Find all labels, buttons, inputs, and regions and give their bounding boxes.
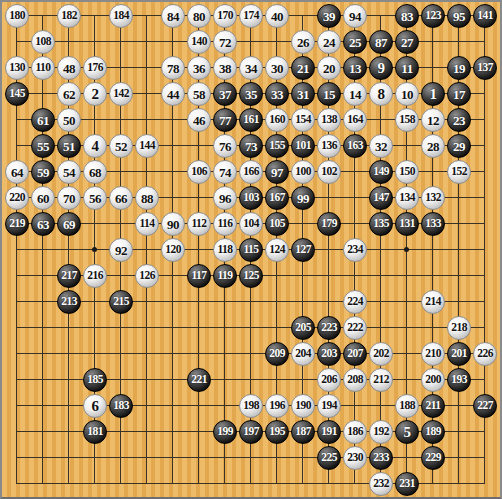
intersection-17-18[interactable]: 229: [420, 445, 446, 471]
intersection-2-13[interactable]: [30, 315, 56, 341]
intersection-5-4[interactable]: 142: [108, 81, 134, 107]
intersection-8-3[interactable]: 36: [186, 55, 212, 81]
intersection-6-1[interactable]: [134, 3, 160, 29]
intersection-4-4[interactable]: 2: [82, 81, 108, 107]
intersection-17-8[interactable]: 132: [420, 185, 446, 211]
intersection-9-11[interactable]: 119: [212, 263, 238, 289]
intersection-11-2[interactable]: [264, 29, 290, 55]
intersection-16-11[interactable]: [394, 263, 420, 289]
intersection-11-5[interactable]: 160: [264, 107, 290, 133]
intersection-17-3[interactable]: [420, 55, 446, 81]
intersection-18-13[interactable]: 218: [446, 315, 472, 341]
intersection-9-8[interactable]: 96: [212, 185, 238, 211]
intersection-16-19[interactable]: 231: [394, 471, 420, 497]
intersection-8-16[interactable]: [186, 393, 212, 419]
intersection-8-15[interactable]: 221: [186, 367, 212, 393]
intersection-10-3[interactable]: 34: [238, 55, 264, 81]
intersection-7-17[interactable]: [160, 419, 186, 445]
intersection-18-7[interactable]: 152: [446, 159, 472, 185]
intersection-17-2[interactable]: [420, 29, 446, 55]
intersection-14-18[interactable]: 230: [342, 445, 368, 471]
intersection-10-7[interactable]: 166: [238, 159, 264, 185]
intersection-8-1[interactable]: 80: [186, 3, 212, 29]
intersection-5-9[interactable]: [108, 211, 134, 237]
intersection-9-15[interactable]: [212, 367, 238, 393]
intersection-16-9[interactable]: 131: [394, 211, 420, 237]
intersection-18-12[interactable]: [446, 289, 472, 315]
intersection-14-3[interactable]: 13: [342, 55, 368, 81]
intersection-9-2[interactable]: 72: [212, 29, 238, 55]
intersection-19-7[interactable]: [472, 159, 498, 185]
intersection-11-15[interactable]: [264, 367, 290, 393]
intersection-6-13[interactable]: [134, 315, 160, 341]
intersection-11-19[interactable]: [264, 471, 290, 497]
intersection-15-5[interactable]: [368, 107, 394, 133]
intersection-9-14[interactable]: [212, 341, 238, 367]
intersection-3-9[interactable]: 69: [56, 211, 82, 237]
intersection-3-8[interactable]: 70: [56, 185, 82, 211]
intersection-9-17[interactable]: 199: [212, 419, 238, 445]
intersection-13-5[interactable]: 138: [316, 107, 342, 133]
intersection-9-16[interactable]: [212, 393, 238, 419]
intersection-13-16[interactable]: 194: [316, 393, 342, 419]
intersection-12-17[interactable]: 187: [290, 419, 316, 445]
intersection-7-12[interactable]: [160, 289, 186, 315]
intersection-8-6[interactable]: [186, 133, 212, 159]
intersection-13-13[interactable]: 223: [316, 315, 342, 341]
intersection-8-18[interactable]: [186, 445, 212, 471]
intersection-19-12[interactable]: [472, 289, 498, 315]
intersection-8-7[interactable]: 106: [186, 159, 212, 185]
intersection-5-3[interactable]: [108, 55, 134, 81]
intersection-10-6[interactable]: 73: [238, 133, 264, 159]
intersection-3-2[interactable]: [56, 29, 82, 55]
intersection-4-17[interactable]: 181: [82, 419, 108, 445]
intersection-13-15[interactable]: 206: [316, 367, 342, 393]
intersection-17-12[interactable]: 214: [420, 289, 446, 315]
intersection-1-15[interactable]: [4, 367, 30, 393]
intersection-12-14[interactable]: 204: [290, 341, 316, 367]
intersection-1-18[interactable]: [4, 445, 30, 471]
intersection-15-9[interactable]: 135: [368, 211, 394, 237]
intersection-4-12[interactable]: [82, 289, 108, 315]
intersection-14-7[interactable]: [342, 159, 368, 185]
intersection-17-16[interactable]: 211: [420, 393, 446, 419]
intersection-5-16[interactable]: 183: [108, 393, 134, 419]
intersection-12-18[interactable]: [290, 445, 316, 471]
intersection-15-17[interactable]: 192: [368, 419, 394, 445]
intersection-3-5[interactable]: 50: [56, 107, 82, 133]
intersection-13-17[interactable]: 191: [316, 419, 342, 445]
intersection-18-11[interactable]: [446, 263, 472, 289]
intersection-17-5[interactable]: 12: [420, 107, 446, 133]
intersection-18-15[interactable]: 193: [446, 367, 472, 393]
intersection-2-11[interactable]: [30, 263, 56, 289]
intersection-18-18[interactable]: [446, 445, 472, 471]
intersection-13-4[interactable]: 15: [316, 81, 342, 107]
intersection-13-11[interactable]: [316, 263, 342, 289]
intersection-18-16[interactable]: [446, 393, 472, 419]
intersection-14-11[interactable]: [342, 263, 368, 289]
intersection-17-19[interactable]: [420, 471, 446, 497]
intersection-7-3[interactable]: 78: [160, 55, 186, 81]
intersection-17-13[interactable]: [420, 315, 446, 341]
intersection-11-11[interactable]: [264, 263, 290, 289]
intersection-16-12[interactable]: [394, 289, 420, 315]
intersection-15-8[interactable]: 147: [368, 185, 394, 211]
intersection-12-13[interactable]: 205: [290, 315, 316, 341]
intersection-16-10[interactable]: [394, 237, 420, 263]
intersection-15-18[interactable]: 233: [368, 445, 394, 471]
intersection-1-4[interactable]: 145: [4, 81, 30, 107]
intersection-16-13[interactable]: [394, 315, 420, 341]
intersection-11-9[interactable]: 105: [264, 211, 290, 237]
intersection-10-10[interactable]: 115: [238, 237, 264, 263]
intersection-18-1[interactable]: 95: [446, 3, 472, 29]
intersection-13-1[interactable]: 39: [316, 3, 342, 29]
intersection-16-8[interactable]: 134: [394, 185, 420, 211]
intersection-5-8[interactable]: 66: [108, 185, 134, 211]
intersection-12-1[interactable]: [290, 3, 316, 29]
intersection-5-15[interactable]: [108, 367, 134, 393]
go-board[interactable]: 1801821848480170174403994831239514110814…: [4, 3, 498, 497]
intersection-15-11[interactable]: [368, 263, 394, 289]
intersection-17-9[interactable]: 133: [420, 211, 446, 237]
intersection-5-17[interactable]: [108, 419, 134, 445]
intersection-19-9[interactable]: [472, 211, 498, 237]
intersection-3-11[interactable]: 217: [56, 263, 82, 289]
intersection-1-6[interactable]: [4, 133, 30, 159]
intersection-1-9[interactable]: 219: [4, 211, 30, 237]
intersection-1-13[interactable]: [4, 315, 30, 341]
intersection-1-11[interactable]: [4, 263, 30, 289]
intersection-4-7[interactable]: 68: [82, 159, 108, 185]
intersection-13-8[interactable]: [316, 185, 342, 211]
intersection-7-8[interactable]: [160, 185, 186, 211]
intersection-7-5[interactable]: [160, 107, 186, 133]
intersection-6-5[interactable]: [134, 107, 160, 133]
intersection-11-18[interactable]: [264, 445, 290, 471]
intersection-1-19[interactable]: [4, 471, 30, 497]
intersection-9-18[interactable]: [212, 445, 238, 471]
intersection-11-10[interactable]: 124: [264, 237, 290, 263]
intersection-2-19[interactable]: [30, 471, 56, 497]
intersection-18-14[interactable]: 201: [446, 341, 472, 367]
intersection-2-6[interactable]: 55: [30, 133, 56, 159]
intersection-4-2[interactable]: [82, 29, 108, 55]
intersection-4-3[interactable]: 176: [82, 55, 108, 81]
intersection-9-5[interactable]: 77: [212, 107, 238, 133]
intersection-12-15[interactable]: [290, 367, 316, 393]
intersection-17-7[interactable]: [420, 159, 446, 185]
intersection-13-9[interactable]: 179: [316, 211, 342, 237]
intersection-2-8[interactable]: 60: [30, 185, 56, 211]
intersection-12-5[interactable]: 154: [290, 107, 316, 133]
intersection-10-13[interactable]: [238, 315, 264, 341]
intersection-7-13[interactable]: [160, 315, 186, 341]
intersection-1-1[interactable]: 180: [4, 3, 30, 29]
intersection-9-1[interactable]: 170: [212, 3, 238, 29]
intersection-2-10[interactable]: [30, 237, 56, 263]
intersection-18-8[interactable]: [446, 185, 472, 211]
intersection-19-3[interactable]: 137: [472, 55, 498, 81]
intersection-7-10[interactable]: 120: [160, 237, 186, 263]
intersection-8-4[interactable]: 58: [186, 81, 212, 107]
intersection-3-12[interactable]: 213: [56, 289, 82, 315]
intersection-1-8[interactable]: 220: [4, 185, 30, 211]
intersection-10-8[interactable]: 103: [238, 185, 264, 211]
intersection-19-17[interactable]: [472, 419, 498, 445]
intersection-3-3[interactable]: 48: [56, 55, 82, 81]
intersection-3-10[interactable]: [56, 237, 82, 263]
intersection-2-7[interactable]: 59: [30, 159, 56, 185]
intersection-10-11[interactable]: 125: [238, 263, 264, 289]
intersection-5-10[interactable]: 92: [108, 237, 134, 263]
intersection-14-1[interactable]: 94: [342, 3, 368, 29]
intersection-13-12[interactable]: [316, 289, 342, 315]
intersection-5-18[interactable]: [108, 445, 134, 471]
intersection-13-14[interactable]: 203: [316, 341, 342, 367]
intersection-17-11[interactable]: [420, 263, 446, 289]
intersection-7-4[interactable]: 44: [160, 81, 186, 107]
intersection-16-2[interactable]: 27: [394, 29, 420, 55]
intersection-11-3[interactable]: 30: [264, 55, 290, 81]
intersection-16-3[interactable]: 11: [394, 55, 420, 81]
intersection-19-16[interactable]: 227: [472, 393, 498, 419]
intersection-16-5[interactable]: 158: [394, 107, 420, 133]
intersection-4-9[interactable]: [82, 211, 108, 237]
intersection-1-16[interactable]: [4, 393, 30, 419]
intersection-11-8[interactable]: 167: [264, 185, 290, 211]
intersection-4-18[interactable]: [82, 445, 108, 471]
intersection-4-13[interactable]: [82, 315, 108, 341]
intersection-8-13[interactable]: [186, 315, 212, 341]
intersection-7-14[interactable]: [160, 341, 186, 367]
intersection-14-10[interactable]: 234: [342, 237, 368, 263]
intersection-16-16[interactable]: 188: [394, 393, 420, 419]
intersection-2-18[interactable]: [30, 445, 56, 471]
intersection-15-1[interactable]: [368, 3, 394, 29]
intersection-13-3[interactable]: 20: [316, 55, 342, 81]
intersection-12-3[interactable]: 21: [290, 55, 316, 81]
intersection-3-7[interactable]: 54: [56, 159, 82, 185]
intersection-3-18[interactable]: [56, 445, 82, 471]
intersection-2-1[interactable]: [30, 3, 56, 29]
intersection-11-1[interactable]: 40: [264, 3, 290, 29]
intersection-2-3[interactable]: 110: [30, 55, 56, 81]
intersection-7-1[interactable]: 84: [160, 3, 186, 29]
intersection-12-12[interactable]: [290, 289, 316, 315]
intersection-11-16[interactable]: 196: [264, 393, 290, 419]
intersection-5-1[interactable]: 184: [108, 3, 134, 29]
intersection-18-19[interactable]: [446, 471, 472, 497]
intersection-11-17[interactable]: 195: [264, 419, 290, 445]
intersection-19-11[interactable]: [472, 263, 498, 289]
intersection-1-7[interactable]: 64: [4, 159, 30, 185]
intersection-10-17[interactable]: 197: [238, 419, 264, 445]
intersection-1-14[interactable]: [4, 341, 30, 367]
intersection-14-5[interactable]: 164: [342, 107, 368, 133]
intersection-19-19[interactable]: [472, 471, 498, 497]
intersection-14-17[interactable]: 186: [342, 419, 368, 445]
intersection-3-1[interactable]: 182: [56, 3, 82, 29]
intersection-18-17[interactable]: [446, 419, 472, 445]
intersection-19-10[interactable]: [472, 237, 498, 263]
intersection-2-17[interactable]: [30, 419, 56, 445]
intersection-4-10[interactable]: [82, 237, 108, 263]
intersection-5-19[interactable]: [108, 471, 134, 497]
intersection-5-6[interactable]: 52: [108, 133, 134, 159]
intersection-8-2[interactable]: 140: [186, 29, 212, 55]
intersection-6-16[interactable]: [134, 393, 160, 419]
intersection-7-7[interactable]: [160, 159, 186, 185]
intersection-19-14[interactable]: 226: [472, 341, 498, 367]
intersection-12-7[interactable]: 100: [290, 159, 316, 185]
intersection-8-8[interactable]: [186, 185, 212, 211]
intersection-15-3[interactable]: 9: [368, 55, 394, 81]
intersection-10-19[interactable]: [238, 471, 264, 497]
intersection-9-7[interactable]: 74: [212, 159, 238, 185]
intersection-2-14[interactable]: [30, 341, 56, 367]
intersection-4-15[interactable]: 185: [82, 367, 108, 393]
intersection-18-10[interactable]: [446, 237, 472, 263]
intersection-18-4[interactable]: 17: [446, 81, 472, 107]
intersection-12-16[interactable]: 190: [290, 393, 316, 419]
intersection-14-4[interactable]: 14: [342, 81, 368, 107]
intersection-14-9[interactable]: [342, 211, 368, 237]
intersection-16-17[interactable]: 5: [394, 419, 420, 445]
intersection-6-11[interactable]: 126: [134, 263, 160, 289]
intersection-15-15[interactable]: 212: [368, 367, 394, 393]
intersection-6-8[interactable]: 88: [134, 185, 160, 211]
intersection-14-14[interactable]: 207: [342, 341, 368, 367]
intersection-4-16[interactable]: 6: [82, 393, 108, 419]
intersection-13-6[interactable]: 136: [316, 133, 342, 159]
intersection-4-14[interactable]: [82, 341, 108, 367]
intersection-17-14[interactable]: 210: [420, 341, 446, 367]
intersection-19-8[interactable]: [472, 185, 498, 211]
intersection-11-7[interactable]: 97: [264, 159, 290, 185]
intersection-3-4[interactable]: 62: [56, 81, 82, 107]
intersection-2-2[interactable]: 108: [30, 29, 56, 55]
intersection-3-14[interactable]: [56, 341, 82, 367]
intersection-6-18[interactable]: [134, 445, 160, 471]
intersection-3-15[interactable]: [56, 367, 82, 393]
intersection-14-8[interactable]: [342, 185, 368, 211]
intersection-2-15[interactable]: [30, 367, 56, 393]
intersection-3-19[interactable]: [56, 471, 82, 497]
intersection-9-19[interactable]: [212, 471, 238, 497]
intersection-1-17[interactable]: [4, 419, 30, 445]
intersection-18-6[interactable]: 29: [446, 133, 472, 159]
intersection-6-4[interactable]: [134, 81, 160, 107]
intersection-11-12[interactable]: [264, 289, 290, 315]
intersection-5-11[interactable]: [108, 263, 134, 289]
intersection-9-4[interactable]: 37: [212, 81, 238, 107]
intersection-9-9[interactable]: 116: [212, 211, 238, 237]
intersection-2-16[interactable]: [30, 393, 56, 419]
intersection-15-12[interactable]: [368, 289, 394, 315]
intersection-6-3[interactable]: [134, 55, 160, 81]
intersection-10-5[interactable]: 161: [238, 107, 264, 133]
intersection-2-4[interactable]: [30, 81, 56, 107]
intersection-5-5[interactable]: [108, 107, 134, 133]
intersection-8-9[interactable]: 112: [186, 211, 212, 237]
intersection-9-3[interactable]: 38: [212, 55, 238, 81]
intersection-19-5[interactable]: [472, 107, 498, 133]
intersection-17-15[interactable]: 200: [420, 367, 446, 393]
intersection-6-12[interactable]: [134, 289, 160, 315]
intersection-18-2[interactable]: [446, 29, 472, 55]
intersection-4-8[interactable]: 56: [82, 185, 108, 211]
intersection-9-13[interactable]: [212, 315, 238, 341]
intersection-9-12[interactable]: [212, 289, 238, 315]
intersection-14-6[interactable]: 163: [342, 133, 368, 159]
intersection-7-18[interactable]: [160, 445, 186, 471]
intersection-1-10[interactable]: [4, 237, 30, 263]
intersection-16-18[interactable]: [394, 445, 420, 471]
intersection-1-2[interactable]: [4, 29, 30, 55]
intersection-8-17[interactable]: [186, 419, 212, 445]
intersection-6-15[interactable]: [134, 367, 160, 393]
intersection-14-16[interactable]: [342, 393, 368, 419]
intersection-11-4[interactable]: 33: [264, 81, 290, 107]
intersection-17-1[interactable]: 123: [420, 3, 446, 29]
intersection-6-2[interactable]: [134, 29, 160, 55]
intersection-16-1[interactable]: 83: [394, 3, 420, 29]
intersection-6-17[interactable]: [134, 419, 160, 445]
intersection-7-19[interactable]: [160, 471, 186, 497]
intersection-14-12[interactable]: 224: [342, 289, 368, 315]
intersection-3-6[interactable]: 51: [56, 133, 82, 159]
intersection-13-18[interactable]: 225: [316, 445, 342, 471]
intersection-10-16[interactable]: 198: [238, 393, 264, 419]
intersection-7-9[interactable]: 90: [160, 211, 186, 237]
intersection-12-8[interactable]: 99: [290, 185, 316, 211]
intersection-4-6[interactable]: 4: [82, 133, 108, 159]
intersection-15-16[interactable]: [368, 393, 394, 419]
intersection-10-18[interactable]: [238, 445, 264, 471]
intersection-10-14[interactable]: [238, 341, 264, 367]
intersection-12-4[interactable]: 31: [290, 81, 316, 107]
intersection-9-10[interactable]: 118: [212, 237, 238, 263]
intersection-3-17[interactable]: [56, 419, 82, 445]
intersection-8-14[interactable]: [186, 341, 212, 367]
intersection-6-10[interactable]: [134, 237, 160, 263]
intersection-10-2[interactable]: [238, 29, 264, 55]
intersection-16-4[interactable]: 10: [394, 81, 420, 107]
intersection-16-6[interactable]: [394, 133, 420, 159]
intersection-2-5[interactable]: 61: [30, 107, 56, 133]
intersection-11-6[interactable]: 155: [264, 133, 290, 159]
intersection-13-19[interactable]: [316, 471, 342, 497]
intersection-14-19[interactable]: [342, 471, 368, 497]
intersection-10-15[interactable]: [238, 367, 264, 393]
intersection-5-12[interactable]: 215: [108, 289, 134, 315]
intersection-15-6[interactable]: 32: [368, 133, 394, 159]
intersection-10-12[interactable]: [238, 289, 264, 315]
intersection-7-6[interactable]: [160, 133, 186, 159]
intersection-1-12[interactable]: [4, 289, 30, 315]
intersection-8-19[interactable]: [186, 471, 212, 497]
intersection-7-11[interactable]: [160, 263, 186, 289]
intersection-12-11[interactable]: [290, 263, 316, 289]
intersection-19-15[interactable]: [472, 367, 498, 393]
intersection-4-1[interactable]: [82, 3, 108, 29]
intersection-18-9[interactable]: [446, 211, 472, 237]
intersection-6-14[interactable]: [134, 341, 160, 367]
intersection-8-10[interactable]: [186, 237, 212, 263]
